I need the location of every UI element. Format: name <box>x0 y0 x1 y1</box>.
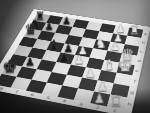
coordinate-label: h <box>124 97 135 111</box>
white-pawn-piece: ♟ <box>110 41 120 52</box>
white-king-piece: ♚ <box>117 57 132 74</box>
white-bishop-piece: ♝ <box>103 57 116 71</box>
black-pawn-piece: ♟ <box>24 56 34 67</box>
square-g6 <box>32 69 52 82</box>
white-rook-piece: ♜ <box>109 93 122 107</box>
coordinate-label: c <box>137 46 146 56</box>
coordinate-label: f <box>130 75 140 87</box>
coordinate-label: e <box>132 65 142 76</box>
square-h2: ♟ <box>90 91 110 106</box>
square-h1: ♜ <box>107 94 127 109</box>
white-rook-piece: ♜ <box>129 24 140 36</box>
coordinate-label: a <box>141 29 149 38</box>
board-border: ♜♟♟♜♞♟♟♛♞♟♝♟♟♛♟♟♝♚♟♟♚♟♟♜ 87654321 abcdef… <box>0 9 150 113</box>
black-pawn-piece: ♟ <box>44 21 53 31</box>
chess-photo-scene: ♜♟♟♜♞♟♟♛♞♟♝♟♟♛♟♟♝♚♟♟♚♟♟♜ 87654321 abcdef… <box>0 0 150 113</box>
square-f5 <box>52 61 71 74</box>
coordinate-label: d <box>135 55 144 66</box>
black-queen-piece: ♛ <box>24 23 37 38</box>
white-pawn-piece: ♟ <box>85 67 96 79</box>
white-pawn-piece: ♟ <box>93 92 104 105</box>
black-pawn-piece: ♟ <box>61 15 70 25</box>
chess-board: ♜♟♟♜♞♟♟♛♞♟♝♟♟♛♟♟♝♚♟♟♚♟♟♜ 87654321 abcdef… <box>0 9 150 113</box>
black-bishop-piece: ♝ <box>48 37 60 50</box>
white-pawn-piece: ♟ <box>73 54 83 65</box>
square-e1: ♚ <box>117 62 135 75</box>
white-knight-piece: ♞ <box>94 36 105 49</box>
coordinate-label: b <box>139 37 148 47</box>
black-pawn-piece: ♟ <box>59 51 69 62</box>
perspective-wrapper: ♜♟♟♜♞♟♟♛♞♟♝♟♟♛♟♟♝♚♟♟♚♟♟♜ 87654321 abcdef… <box>0 0 150 113</box>
black-king-piece: ♚ <box>1 58 16 75</box>
